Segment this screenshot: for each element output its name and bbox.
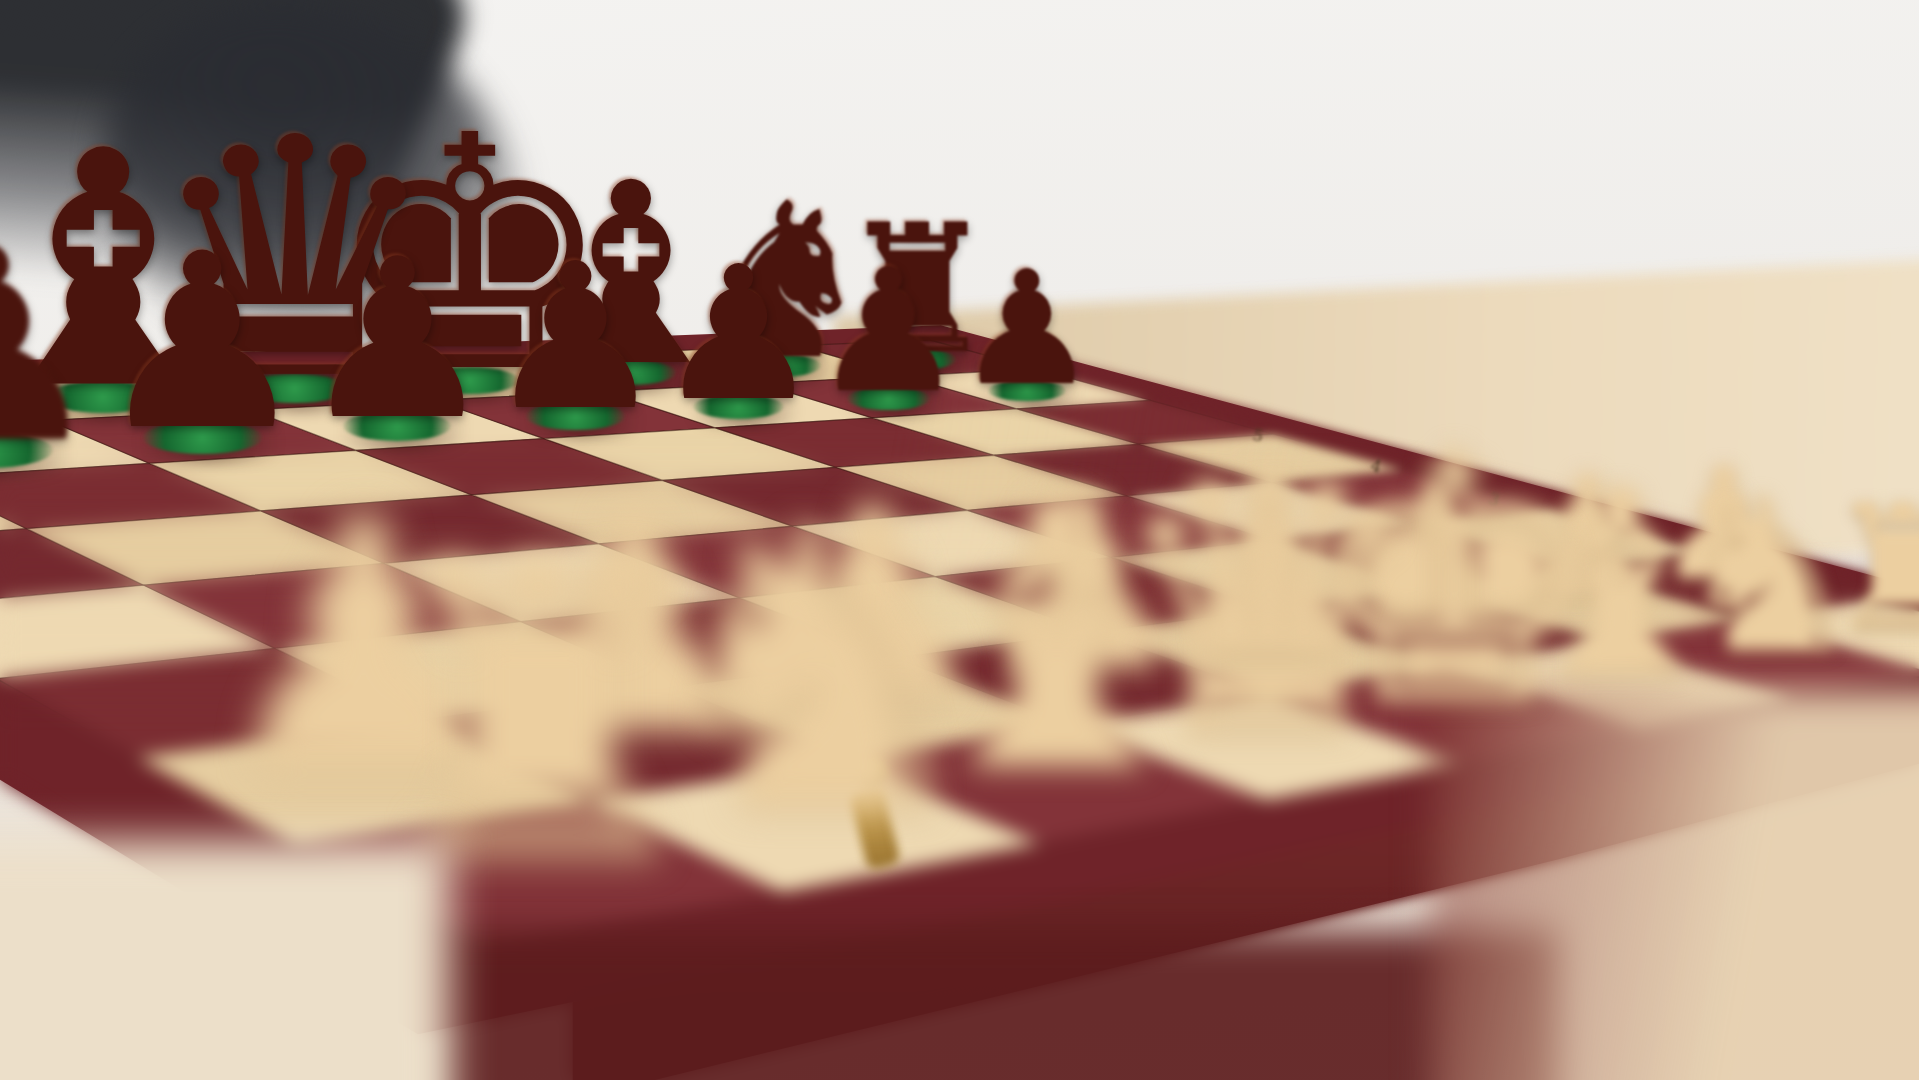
piece-black-pawn-h7[interactable]: ♟ bbox=[956, 250, 1097, 407]
table-foreground-blur bbox=[0, 840, 450, 1080]
piece-black-pawn-e7[interactable]: ♟ bbox=[485, 237, 665, 438]
piece-black-pawn-c7[interactable]: ♟ bbox=[94, 223, 311, 465]
piece-black-pawn-f7[interactable]: ♟ bbox=[656, 242, 822, 427]
board-front-edge-shadow bbox=[430, 930, 1560, 1080]
chess-photo-scene: 543 ♜♞♝♚♛♟♝♟♟♞♟♟♟♟♟♟♟♜♟♞♟♝♟♚♟♛♟♝♞♜ bbox=[0, 0, 1919, 1080]
piece-black-pawn-g7[interactable]: ♟ bbox=[812, 246, 965, 416]
piece-black-pawn-b7[interactable]: ♟ bbox=[0, 213, 107, 480]
piece-black-pawn-d7[interactable]: ♟ bbox=[299, 231, 496, 451]
